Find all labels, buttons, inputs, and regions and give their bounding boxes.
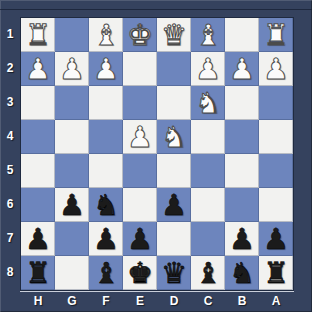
file-label-d: D xyxy=(157,291,191,312)
rank-label-5: 5 xyxy=(0,153,20,187)
square-b5[interactable] xyxy=(225,154,259,188)
board-border: ♜♝♚♛♝♜♟♟♟♟♟♟♞♟♞♟♞♟♟♟♟♟♟♜♝♚♛♝♞♜ xyxy=(20,17,294,291)
square-h5[interactable] xyxy=(21,154,55,188)
square-g4[interactable] xyxy=(55,120,89,154)
square-c7[interactable] xyxy=(191,222,225,256)
file-label-h: H xyxy=(21,291,55,312)
square-h7[interactable]: ♟ xyxy=(21,222,55,256)
black-knight-f6: ♞ xyxy=(93,188,119,222)
square-d8[interactable]: ♛ xyxy=(157,256,191,290)
square-h6[interactable] xyxy=(21,188,55,222)
black-king-e8: ♚ xyxy=(127,256,153,290)
square-g2[interactable]: ♟ xyxy=(55,52,89,86)
rank-labels: 12345678 xyxy=(0,17,20,289)
black-rook-h8: ♜ xyxy=(25,256,51,290)
rank-label-2: 2 xyxy=(0,51,20,85)
black-pawn-f7: ♟ xyxy=(93,222,119,256)
black-pawn-e7: ♟ xyxy=(127,222,153,256)
square-f6[interactable]: ♞ xyxy=(89,188,123,222)
square-e1[interactable]: ♚ xyxy=(123,18,157,52)
rank-label-7: 7 xyxy=(0,221,20,255)
square-h1[interactable]: ♜ xyxy=(21,18,55,52)
square-a3[interactable] xyxy=(259,86,293,120)
black-pawn-d6: ♟ xyxy=(161,188,187,222)
black-pawn-a7: ♟ xyxy=(263,222,289,256)
square-b4[interactable] xyxy=(225,120,259,154)
square-g1[interactable] xyxy=(55,18,89,52)
square-b7[interactable]: ♟ xyxy=(225,222,259,256)
file-label-b: B xyxy=(225,291,259,312)
rank-label-1: 1 xyxy=(0,17,20,51)
square-e4[interactable]: ♟ xyxy=(123,120,157,154)
black-bishop-c8: ♝ xyxy=(195,256,221,290)
square-a6[interactable] xyxy=(259,188,293,222)
white-queen-d1: ♛ xyxy=(161,18,187,52)
white-knight-d4: ♞ xyxy=(161,120,187,154)
white-pawn-a2: ♟ xyxy=(263,52,289,86)
square-a4[interactable] xyxy=(259,120,293,154)
square-g7[interactable] xyxy=(55,222,89,256)
white-pawn-f2: ♟ xyxy=(93,52,119,86)
black-bishop-f8: ♝ xyxy=(93,256,119,290)
frame-seam xyxy=(0,9,312,10)
black-pawn-h7: ♟ xyxy=(25,222,51,256)
file-label-c: C xyxy=(191,291,225,312)
square-e2[interactable] xyxy=(123,52,157,86)
square-c1[interactable]: ♝ xyxy=(191,18,225,52)
white-pawn-h2: ♟ xyxy=(25,52,51,86)
file-label-g: G xyxy=(55,291,89,312)
rank-label-6: 6 xyxy=(0,187,20,221)
square-b3[interactable] xyxy=(225,86,259,120)
square-c4[interactable] xyxy=(191,120,225,154)
square-d3[interactable] xyxy=(157,86,191,120)
square-b8[interactable]: ♞ xyxy=(225,256,259,290)
square-h2[interactable]: ♟ xyxy=(21,52,55,86)
white-pawn-c2: ♟ xyxy=(195,52,221,86)
board-frame: 12345678 ♜♝♚♛♝♜♟♟♟♟♟♟♞♟♞♟♞♟♟♟♟♟♟♜♝♚♛♝♞♜ … xyxy=(0,0,312,312)
file-label-f: F xyxy=(89,291,123,312)
square-h4[interactable] xyxy=(21,120,55,154)
white-bishop-c1: ♝ xyxy=(195,18,221,52)
file-label-a: A xyxy=(259,291,293,312)
square-g6[interactable]: ♟ xyxy=(55,188,89,222)
square-c5[interactable] xyxy=(191,154,225,188)
square-g8[interactable] xyxy=(55,256,89,290)
square-a5[interactable] xyxy=(259,154,293,188)
file-labels: HGFEDCBA xyxy=(21,291,293,312)
square-f1[interactable]: ♝ xyxy=(89,18,123,52)
square-h8[interactable]: ♜ xyxy=(21,256,55,290)
square-c3[interactable]: ♞ xyxy=(191,86,225,120)
black-knight-b8: ♞ xyxy=(229,256,255,290)
square-f3[interactable] xyxy=(89,86,123,120)
square-d7[interactable] xyxy=(157,222,191,256)
square-e8[interactable]: ♚ xyxy=(123,256,157,290)
black-pawn-b7: ♟ xyxy=(229,222,255,256)
square-b1[interactable] xyxy=(225,18,259,52)
square-c2[interactable]: ♟ xyxy=(191,52,225,86)
white-pawn-g2: ♟ xyxy=(59,52,85,86)
square-f7[interactable]: ♟ xyxy=(89,222,123,256)
black-rook-a8: ♜ xyxy=(263,256,289,290)
square-f2[interactable]: ♟ xyxy=(89,52,123,86)
square-b6[interactable] xyxy=(225,188,259,222)
white-pawn-e4: ♟ xyxy=(127,120,153,154)
square-h3[interactable] xyxy=(21,86,55,120)
rank-label-4: 4 xyxy=(0,119,20,153)
square-f4[interactable] xyxy=(89,120,123,154)
square-f8[interactable]: ♝ xyxy=(89,256,123,290)
rank-label-8: 8 xyxy=(0,255,20,289)
square-g5[interactable] xyxy=(55,154,89,188)
square-c8[interactable]: ♝ xyxy=(191,256,225,290)
white-rook-a1: ♜ xyxy=(263,18,289,52)
square-e5[interactable] xyxy=(123,154,157,188)
file-label-e: E xyxy=(123,291,157,312)
white-bishop-f1: ♝ xyxy=(93,18,119,52)
white-king-e1: ♚ xyxy=(127,18,153,52)
square-g3[interactable] xyxy=(55,86,89,120)
square-e7[interactable]: ♟ xyxy=(123,222,157,256)
square-f5[interactable] xyxy=(89,154,123,188)
square-c6[interactable] xyxy=(191,188,225,222)
square-b2[interactable]: ♟ xyxy=(225,52,259,86)
square-a1[interactable]: ♜ xyxy=(259,18,293,52)
square-d4[interactable]: ♞ xyxy=(157,120,191,154)
square-d5[interactable] xyxy=(157,154,191,188)
square-e3[interactable] xyxy=(123,86,157,120)
chess-board: ♜♝♚♛♝♜♟♟♟♟♟♟♞♟♞♟♞♟♟♟♟♟♟♜♝♚♛♝♞♜ xyxy=(21,18,293,290)
white-rook-h1: ♜ xyxy=(25,18,51,52)
square-a8[interactable]: ♜ xyxy=(259,256,293,290)
black-queen-d8: ♛ xyxy=(161,256,187,290)
square-d6[interactable]: ♟ xyxy=(157,188,191,222)
square-d1[interactable]: ♛ xyxy=(157,18,191,52)
rank-label-3: 3 xyxy=(0,85,20,119)
square-a2[interactable]: ♟ xyxy=(259,52,293,86)
square-a7[interactable]: ♟ xyxy=(259,222,293,256)
white-pawn-b2: ♟ xyxy=(229,52,255,86)
square-d2[interactable] xyxy=(157,52,191,86)
white-knight-c3: ♞ xyxy=(195,86,221,120)
black-pawn-g6: ♟ xyxy=(59,188,85,222)
square-e6[interactable] xyxy=(123,188,157,222)
